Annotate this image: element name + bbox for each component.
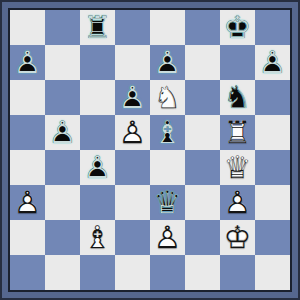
square-a8[interactable] [10, 10, 45, 45]
square-d8[interactable] [115, 10, 150, 45]
square-f7[interactable] [185, 45, 220, 80]
piece-outline-glyph: ♙ [150, 220, 185, 255]
square-h4[interactable] [255, 150, 290, 185]
square-c5[interactable] [80, 115, 115, 150]
square-e8[interactable] [150, 10, 185, 45]
black-pawn-b5[interactable]: ♟♙ [45, 115, 80, 150]
square-e3[interactable]: ♛♕ [150, 185, 185, 220]
square-b3[interactable] [45, 185, 80, 220]
piece-outline-glyph: ♕ [220, 150, 255, 185]
square-h7[interactable]: ♟♙ [255, 45, 290, 80]
piece-outline-glyph: ♗ [80, 220, 115, 255]
black-pawn-e7[interactable]: ♟♙ [150, 45, 185, 80]
square-c2[interactable]: ♝♗ [80, 220, 115, 255]
white-queen-g4[interactable]: ♛♕ [220, 150, 255, 185]
square-h2[interactable] [255, 220, 290, 255]
square-g5[interactable]: ♜♖ [220, 115, 255, 150]
screenshot-root: { "game": "chess", "view": { "descriptio… [0, 0, 300, 300]
square-h8[interactable] [255, 10, 290, 45]
black-pawn-c4[interactable]: ♟♙ [80, 150, 115, 185]
piece-outline-glyph: ♔ [220, 220, 255, 255]
piece-outline-glyph: ♔ [220, 10, 255, 45]
square-f1[interactable] [185, 255, 220, 290]
chess-board: ♜♖♚♔♟♙♟♙♟♙♟♙♞♘♞♘♟♙♟♙♝♗♜♖♟♙♛♕♟♙♛♕♟♙♝♗♟♙♚♔ [8, 8, 292, 292]
square-a6[interactable] [10, 80, 45, 115]
square-a2[interactable] [10, 220, 45, 255]
white-knight-e6[interactable]: ♞♘ [150, 80, 185, 115]
black-queen-e3[interactable]: ♛♕ [150, 185, 185, 220]
square-c1[interactable] [80, 255, 115, 290]
square-e6[interactable]: ♞♘ [150, 80, 185, 115]
square-d5[interactable]: ♟♙ [115, 115, 150, 150]
piece-outline-glyph: ♖ [220, 115, 255, 150]
square-d3[interactable] [115, 185, 150, 220]
chess-board-frame: ♜♖♚♔♟♙♟♙♟♙♟♙♞♘♞♘♟♙♟♙♝♗♜♖♟♙♛♕♟♙♛♕♟♙♝♗♟♙♚♔ [0, 0, 300, 300]
square-g2[interactable]: ♚♔ [220, 220, 255, 255]
square-b1[interactable] [45, 255, 80, 290]
black-pawn-h7[interactable]: ♟♙ [255, 45, 290, 80]
black-knight-g6[interactable]: ♞♘ [220, 80, 255, 115]
piece-outline-glyph: ♙ [220, 185, 255, 220]
square-a1[interactable] [10, 255, 45, 290]
square-f4[interactable] [185, 150, 220, 185]
piece-outline-glyph: ♙ [45, 115, 80, 150]
square-c4[interactable]: ♟♙ [80, 150, 115, 185]
square-d6[interactable]: ♟♙ [115, 80, 150, 115]
black-king-g8[interactable]: ♚♔ [220, 10, 255, 45]
square-e7[interactable]: ♟♙ [150, 45, 185, 80]
white-rook-g5[interactable]: ♜♖ [220, 115, 255, 150]
square-g1[interactable] [220, 255, 255, 290]
square-e5[interactable]: ♝♗ [150, 115, 185, 150]
square-d7[interactable] [115, 45, 150, 80]
square-d2[interactable] [115, 220, 150, 255]
square-e2[interactable]: ♟♙ [150, 220, 185, 255]
square-g3[interactable]: ♟♙ [220, 185, 255, 220]
white-pawn-d5[interactable]: ♟♙ [115, 115, 150, 150]
black-pawn-a7[interactable]: ♟♙ [10, 45, 45, 80]
square-a5[interactable] [10, 115, 45, 150]
piece-outline-glyph: ♗ [150, 115, 185, 150]
square-b6[interactable] [45, 80, 80, 115]
square-h1[interactable] [255, 255, 290, 290]
square-f5[interactable] [185, 115, 220, 150]
square-a3[interactable]: ♟♙ [10, 185, 45, 220]
square-g8[interactable]: ♚♔ [220, 10, 255, 45]
square-g7[interactable] [220, 45, 255, 80]
square-e4[interactable] [150, 150, 185, 185]
piece-outline-glyph: ♘ [150, 80, 185, 115]
square-h6[interactable] [255, 80, 290, 115]
white-pawn-a3[interactable]: ♟♙ [10, 185, 45, 220]
square-c7[interactable] [80, 45, 115, 80]
square-b2[interactable] [45, 220, 80, 255]
square-f3[interactable] [185, 185, 220, 220]
white-pawn-e2[interactable]: ♟♙ [150, 220, 185, 255]
square-g6[interactable]: ♞♘ [220, 80, 255, 115]
square-f8[interactable] [185, 10, 220, 45]
square-f2[interactable] [185, 220, 220, 255]
square-h3[interactable] [255, 185, 290, 220]
square-b8[interactable] [45, 10, 80, 45]
piece-outline-glyph: ♙ [150, 45, 185, 80]
piece-outline-glyph: ♙ [10, 185, 45, 220]
square-c3[interactable] [80, 185, 115, 220]
piece-outline-glyph: ♙ [255, 45, 290, 80]
square-c6[interactable] [80, 80, 115, 115]
piece-outline-glyph: ♙ [115, 80, 150, 115]
square-a7[interactable]: ♟♙ [10, 45, 45, 80]
black-pawn-d6[interactable]: ♟♙ [115, 80, 150, 115]
piece-outline-glyph: ♕ [150, 185, 185, 220]
square-d4[interactable] [115, 150, 150, 185]
square-h5[interactable] [255, 115, 290, 150]
square-a4[interactable] [10, 150, 45, 185]
piece-outline-glyph: ♙ [115, 115, 150, 150]
piece-outline-glyph: ♙ [80, 150, 115, 185]
white-king-g2[interactable]: ♚♔ [220, 220, 255, 255]
square-d1[interactable] [115, 255, 150, 290]
square-g4[interactable]: ♛♕ [220, 150, 255, 185]
black-bishop-e5[interactable]: ♝♗ [150, 115, 185, 150]
black-rook-c8[interactable]: ♜♖ [80, 10, 115, 45]
square-b5[interactable]: ♟♙ [45, 115, 80, 150]
piece-outline-glyph: ♘ [220, 80, 255, 115]
piece-outline-glyph: ♙ [10, 45, 45, 80]
white-pawn-g3[interactable]: ♟♙ [220, 185, 255, 220]
square-e1[interactable] [150, 255, 185, 290]
square-b7[interactable] [45, 45, 80, 80]
square-f6[interactable] [185, 80, 220, 115]
piece-outline-glyph: ♖ [80, 10, 115, 45]
square-c8[interactable]: ♜♖ [80, 10, 115, 45]
square-b4[interactable] [45, 150, 80, 185]
white-bishop-c2[interactable]: ♝♗ [80, 220, 115, 255]
